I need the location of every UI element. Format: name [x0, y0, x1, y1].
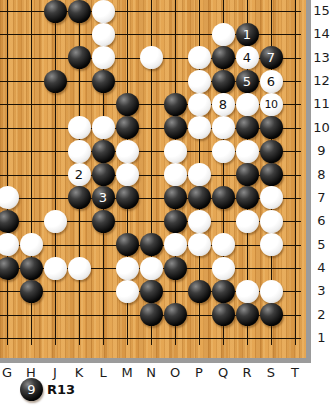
- stone-black-M5: [116, 233, 139, 256]
- stone-black-Q7: [212, 186, 235, 209]
- stone-black-N3: [140, 280, 163, 303]
- stone-white-L10: [92, 116, 115, 139]
- stone-black-S9: [260, 140, 283, 163]
- move-caption: 9 R13: [0, 376, 332, 406]
- stone-black-R8: [236, 163, 259, 186]
- stone-black-O11: [164, 93, 187, 116]
- stone-black-G4: [0, 257, 19, 280]
- stone-black-L12: [92, 70, 115, 93]
- row-label-8: 8: [311, 167, 332, 183]
- stone-white-Q5: [212, 233, 235, 256]
- stone-white-P10: [188, 116, 211, 139]
- stone-white-Q9: [212, 140, 235, 163]
- stone-white-L14: [92, 23, 115, 46]
- row-label-3: 3: [311, 283, 332, 299]
- stone-white-S7: [260, 186, 283, 209]
- stone-black-S10: [260, 116, 283, 139]
- stone-black-K15: [68, 0, 91, 23]
- stone-white-R11: [236, 93, 259, 116]
- grid-line-row-1: [0, 338, 301, 339]
- row-label-14: 14: [311, 26, 332, 42]
- stone-black-J12: [44, 70, 67, 93]
- stone-white-J6: [44, 210, 67, 233]
- grid-line-col-G: [7, 0, 8, 345]
- stone-black-Q3: [212, 280, 235, 303]
- stone-black-O6: [164, 210, 187, 233]
- move-number-4: 4: [243, 51, 251, 64]
- stone-white-S3: [260, 280, 283, 303]
- stone-white-G5: [0, 233, 19, 256]
- stone-white-S12: 6: [260, 70, 283, 93]
- stone-white-O8: [164, 163, 187, 186]
- stone-white-R3: [236, 280, 259, 303]
- stone-black-M10: [116, 116, 139, 139]
- stone-white-S11: 10: [260, 93, 283, 116]
- move-number-10: 10: [265, 98, 278, 111]
- stone-white-G7: [0, 186, 19, 209]
- board-edge-bottom: [0, 358, 311, 363]
- move-number-6: 6: [267, 75, 275, 88]
- row-label-15: 15: [311, 3, 332, 19]
- stone-white-N13: [140, 46, 163, 69]
- row-label-7: 7: [311, 190, 332, 206]
- stone-black-Q13: [212, 46, 235, 69]
- stone-black-L7: 3: [92, 186, 115, 209]
- grid-line-col-T: [295, 0, 296, 345]
- stone-black-L9: [92, 140, 115, 163]
- stone-black-H3: [20, 280, 43, 303]
- stone-black-L6: [92, 210, 115, 233]
- stone-black-M11: [116, 93, 139, 116]
- stone-black-S2: [260, 303, 283, 326]
- row-label-4: 4: [311, 260, 332, 276]
- stone-black-S8: [260, 163, 283, 186]
- stone-white-Q14: [212, 23, 235, 46]
- stone-white-P8: [188, 163, 211, 186]
- stone-black-H4: [20, 257, 43, 280]
- move-number-8: 8: [219, 98, 227, 111]
- stone-white-K9: [68, 140, 91, 163]
- stone-white-P6: [188, 210, 211, 233]
- go-board-surface[interactable]: 1475681023: [0, 0, 306, 358]
- stone-white-O9: [164, 140, 187, 163]
- stone-white-N4: [140, 257, 163, 280]
- stone-white-R6: [236, 210, 259, 233]
- move-number-7: 7: [267, 51, 275, 64]
- stone-white-K4: [68, 257, 91, 280]
- move-number-5: 5: [243, 75, 251, 88]
- stone-black-R7: [236, 186, 259, 209]
- stone-white-R9: [236, 140, 259, 163]
- stone-black-L8: [92, 163, 115, 186]
- stone-white-M8: [116, 163, 139, 186]
- stone-white-M3: [116, 280, 139, 303]
- stone-white-J4: [44, 257, 67, 280]
- stone-white-M4: [116, 257, 139, 280]
- stone-black-R14: 1: [236, 23, 259, 46]
- stone-black-P3: [188, 280, 211, 303]
- stone-white-L15: [92, 0, 115, 23]
- stone-white-H5: [20, 233, 43, 256]
- row-label-9: 9: [311, 143, 332, 159]
- stone-black-S13: 7: [260, 46, 283, 69]
- stone-white-P11: [188, 93, 211, 116]
- stone-black-R2: [236, 303, 259, 326]
- stone-black-O2: [164, 303, 187, 326]
- row-label-12: 12: [311, 73, 332, 89]
- stone-black-R10: [236, 116, 259, 139]
- stone-black-K13: [68, 46, 91, 69]
- stone-black-Q12: [212, 70, 235, 93]
- stone-black-P7: [188, 186, 211, 209]
- stone-black-Q2: [212, 303, 235, 326]
- stone-white-S5: [260, 233, 283, 256]
- stone-white-P13: [188, 46, 211, 69]
- row-label-13: 13: [311, 50, 332, 66]
- caption-move-number: 9: [27, 383, 35, 396]
- stone-black-K7: [68, 186, 91, 209]
- stone-white-Q4: [212, 257, 235, 280]
- stone-black-O4: [164, 257, 187, 280]
- stone-black-O7: [164, 186, 187, 209]
- stone-white-K10: [68, 116, 91, 139]
- stone-black-J15: [44, 0, 67, 23]
- stone-black-O10: [164, 116, 187, 139]
- stone-white-P12: [188, 70, 211, 93]
- row-label-11: 11: [311, 96, 332, 112]
- stone-white-R13: 4: [236, 46, 259, 69]
- stone-white-Q10: [212, 116, 235, 139]
- caption-stone-black-9: 9: [20, 378, 43, 401]
- stone-black-N2: [140, 303, 163, 326]
- go-kifu-diagram: 1475681023 151413121110987654321 GHJKLMN…: [0, 0, 332, 417]
- row-label-5: 5: [311, 237, 332, 253]
- grid-line-col-J: [55, 0, 56, 345]
- stone-white-P5: [188, 233, 211, 256]
- move-number-3: 3: [99, 191, 107, 204]
- row-label-6: 6: [311, 213, 332, 229]
- row-label-2: 2: [311, 307, 332, 323]
- row-label-1: 1: [311, 330, 332, 346]
- stone-black-M7: [116, 186, 139, 209]
- move-number-1: 1: [243, 28, 251, 41]
- move-number-2: 2: [75, 168, 83, 181]
- stone-white-M9: [116, 140, 139, 163]
- stone-black-N5: [140, 233, 163, 256]
- stone-black-R12: 5: [236, 70, 259, 93]
- stone-white-S6: [260, 210, 283, 233]
- stone-white-L13: [92, 46, 115, 69]
- stone-black-G6: [0, 210, 19, 233]
- stone-white-Q11: 8: [212, 93, 235, 116]
- caption-coordinate-text: R13: [47, 383, 75, 397]
- row-label-10: 10: [311, 120, 332, 136]
- stone-white-K8: 2: [68, 163, 91, 186]
- stone-white-O5: [164, 233, 187, 256]
